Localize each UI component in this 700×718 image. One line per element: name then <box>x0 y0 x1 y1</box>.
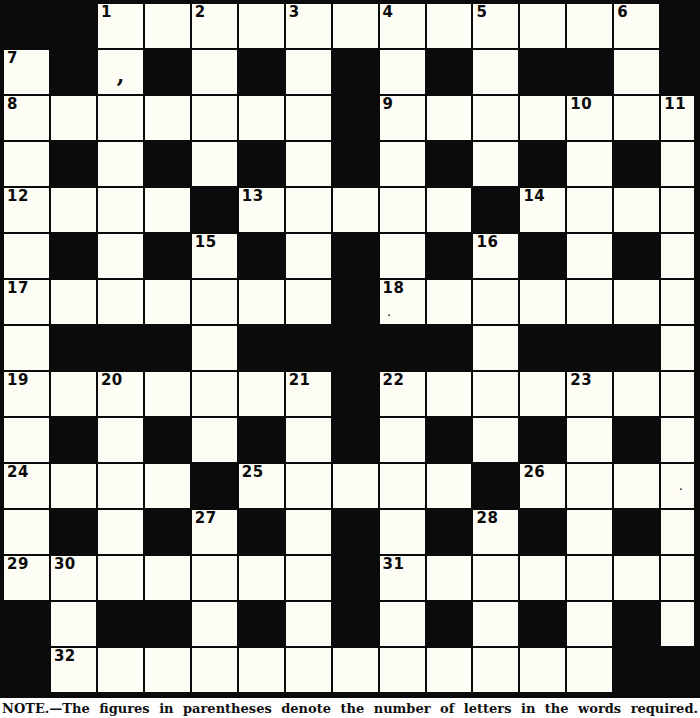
white-cell-r5c0[interactable] <box>4 234 51 280</box>
white-cell-r6c2[interactable] <box>98 280 145 326</box>
white-cell-r1c8[interactable] <box>380 50 427 96</box>
clue-number-31: 31 <box>383 557 405 572</box>
crossword-grid: 1234567,89101112131415161718·19202122232… <box>0 0 700 698</box>
white-cell-r10c9[interactable] <box>427 464 474 510</box>
white-cell-r4c0[interactable]: 12 <box>4 188 51 234</box>
white-cell-r4c11[interactable]: 14 <box>520 188 567 234</box>
white-cell-r1c0[interactable]: 7 <box>4 50 51 96</box>
white-cell-r13c14[interactable] <box>661 602 696 648</box>
white-cell-r11c10[interactable]: 28 <box>473 510 520 556</box>
black-cell-r4c4 <box>192 188 239 234</box>
white-cell-r5c2[interactable] <box>98 234 145 280</box>
clue-number-20: 20 <box>101 373 123 388</box>
white-cell-r10c11[interactable]: 26 <box>520 464 567 510</box>
white-cell-r9c0[interactable] <box>4 418 51 464</box>
white-cell-r0c9[interactable] <box>427 4 474 50</box>
black-cell-r11c3 <box>145 510 192 556</box>
black-cell-r7c2 <box>98 326 145 372</box>
white-cell-r8c5[interactable] <box>239 372 286 418</box>
white-cell-r5c6[interactable] <box>286 234 333 280</box>
white-cell-r14c7[interactable] <box>333 648 380 694</box>
black-cell-r1c5 <box>239 50 286 96</box>
white-cell-r5c4[interactable]: 15 <box>192 234 239 280</box>
white-cell-r3c10[interactable] <box>473 142 520 188</box>
white-cell-r3c4[interactable] <box>192 142 239 188</box>
black-cell-r4c10 <box>473 188 520 234</box>
white-cell-r14c4[interactable] <box>192 648 239 694</box>
clue-number-13: 13 <box>242 189 264 204</box>
black-cell-r1c3 <box>145 50 192 96</box>
black-cell-r11c11 <box>520 510 567 556</box>
black-cell-r13c13 <box>614 602 661 648</box>
black-cell-r5c5 <box>239 234 286 280</box>
white-cell-r9c4[interactable] <box>192 418 239 464</box>
white-cell-r1c10[interactable] <box>473 50 520 96</box>
white-cell-r9c14[interactable] <box>661 418 696 464</box>
white-cell-r5c14[interactable] <box>661 234 696 280</box>
black-cell-r3c3 <box>145 142 192 188</box>
white-cell-r8c4[interactable] <box>192 372 239 418</box>
black-cell-r2c7 <box>333 96 380 142</box>
white-cell-r8c1[interactable] <box>51 372 98 418</box>
white-cell-r6c11[interactable] <box>520 280 567 326</box>
black-cell-r7c11 <box>520 326 567 372</box>
clue-number-4: 4 <box>383 5 394 20</box>
white-cell-r1c4[interactable] <box>192 50 239 96</box>
white-cell-r12c3[interactable] <box>145 556 192 602</box>
white-cell-r13c12[interactable] <box>567 602 614 648</box>
white-cell-r10c6[interactable] <box>286 464 333 510</box>
black-cell-r13c7 <box>333 602 380 648</box>
black-cell-r3c7 <box>333 142 380 188</box>
white-cell-r12c4[interactable] <box>192 556 239 602</box>
white-cell-r4c14[interactable] <box>661 188 696 234</box>
white-cell-r10c7[interactable] <box>333 464 380 510</box>
black-cell-r1c11 <box>520 50 567 96</box>
black-cell-r1c7 <box>333 50 380 96</box>
white-cell-r11c0[interactable] <box>4 510 51 556</box>
black-cell-r9c3 <box>145 418 192 464</box>
white-cell-r8c6[interactable]: 21 <box>286 372 333 418</box>
white-cell-r11c12[interactable] <box>567 510 614 556</box>
black-cell-r14c14 <box>661 648 696 694</box>
black-cell-r11c1 <box>51 510 98 556</box>
white-cell-r3c0[interactable] <box>4 142 51 188</box>
white-cell-r4c1[interactable] <box>51 188 98 234</box>
black-cell-r3c13 <box>614 142 661 188</box>
white-cell-r6c4[interactable] <box>192 280 239 326</box>
white-cell-r2c4[interactable] <box>192 96 239 142</box>
black-cell-r3c11 <box>520 142 567 188</box>
white-cell-r6c14[interactable] <box>661 280 696 326</box>
white-cell-r4c7[interactable] <box>333 188 380 234</box>
white-cell-r10c14[interactable]: · <box>661 464 696 510</box>
white-cell-r10c3[interactable] <box>145 464 192 510</box>
white-cell-r9c12[interactable] <box>567 418 614 464</box>
white-cell-r12c8[interactable]: 31 <box>380 556 427 602</box>
white-cell-r8c8[interactable]: 22 <box>380 372 427 418</box>
black-cell-r9c9 <box>427 418 474 464</box>
print-artifact: · <box>388 311 391 320</box>
black-cell-r8c7 <box>333 372 380 418</box>
white-cell-r1c2[interactable]: , <box>98 50 145 96</box>
black-cell-r9c11 <box>520 418 567 464</box>
white-cell-r7c10[interactable] <box>473 326 520 372</box>
black-cell-r3c1 <box>51 142 98 188</box>
black-cell-r3c9 <box>427 142 474 188</box>
white-cell-r2c8[interactable]: 9 <box>380 96 427 142</box>
white-cell-r8c12[interactable]: 23 <box>567 372 614 418</box>
white-cell-r5c8[interactable] <box>380 234 427 280</box>
white-cell-r2c10[interactable] <box>473 96 520 142</box>
white-cell-r14c9[interactable] <box>427 648 474 694</box>
white-cell-r7c0[interactable] <box>4 326 51 372</box>
white-cell-r11c8[interactable] <box>380 510 427 556</box>
white-cell-r14c6[interactable] <box>286 648 333 694</box>
white-cell-r4c12[interactable] <box>567 188 614 234</box>
clue-number-3: 3 <box>289 5 300 20</box>
white-cell-r2c14[interactable]: 11 <box>661 96 696 142</box>
white-cell-r0c13[interactable]: 6 <box>614 4 661 50</box>
black-cell-r13c0 <box>4 602 51 648</box>
clue-number-24: 24 <box>7 465 29 480</box>
white-cell-r11c14[interactable] <box>661 510 696 556</box>
white-cell-r4c13[interactable] <box>614 188 661 234</box>
white-cell-r8c3[interactable] <box>145 372 192 418</box>
white-cell-r8c2[interactable]: 20 <box>98 372 145 418</box>
white-cell-r2c5[interactable] <box>239 96 286 142</box>
white-cell-r4c6[interactable] <box>286 188 333 234</box>
white-cell-r7c14[interactable] <box>661 326 696 372</box>
white-cell-r0c11[interactable] <box>520 4 567 50</box>
white-cell-r0c12[interactable] <box>567 4 614 50</box>
white-cell-r12c13[interactable] <box>614 556 661 602</box>
white-cell-r0c5[interactable] <box>239 4 286 50</box>
white-cell-r11c2[interactable] <box>98 510 145 556</box>
clue-number-10: 10 <box>570 97 592 112</box>
black-cell-r0c14 <box>661 4 696 50</box>
white-cell-r6c12[interactable] <box>567 280 614 326</box>
black-cell-r11c5 <box>239 510 286 556</box>
clue-number-32: 32 <box>54 649 76 664</box>
black-cell-r1c9 <box>427 50 474 96</box>
white-cell-r5c10[interactable]: 16 <box>473 234 520 280</box>
white-cell-r13c1[interactable] <box>51 602 98 648</box>
print-artifact: · <box>679 485 682 494</box>
black-cell-r7c3 <box>145 326 192 372</box>
white-cell-r12c0[interactable]: 29 <box>4 556 51 602</box>
white-cell-r10c5[interactable]: 25 <box>239 464 286 510</box>
black-cell-r10c4 <box>192 464 239 510</box>
white-cell-r2c3[interactable] <box>145 96 192 142</box>
white-cell-r0c7[interactable] <box>333 4 380 50</box>
white-cell-r14c1[interactable]: 32 <box>51 648 98 694</box>
white-cell-r4c2[interactable] <box>98 188 145 234</box>
white-cell-r8c0[interactable]: 19 <box>4 372 51 418</box>
white-cell-r3c12[interactable] <box>567 142 614 188</box>
white-cell-r7c4[interactable] <box>192 326 239 372</box>
white-cell-r6c5[interactable] <box>239 280 286 326</box>
white-cell-r14c8[interactable] <box>380 648 427 694</box>
clue-number-11: 11 <box>664 97 686 112</box>
clue-number-6: 6 <box>617 5 628 20</box>
black-cell-r1c1 <box>51 50 98 96</box>
black-cell-r9c13 <box>614 418 661 464</box>
clue-number-16: 16 <box>476 235 498 250</box>
black-cell-r1c12 <box>567 50 614 96</box>
clue-number-15: 15 <box>195 235 217 250</box>
white-cell-r0c8[interactable]: 4 <box>380 4 427 50</box>
black-cell-r11c9 <box>427 510 474 556</box>
white-cell-r9c8[interactable] <box>380 418 427 464</box>
white-cell-r12c6[interactable] <box>286 556 333 602</box>
white-cell-r9c10[interactable] <box>473 418 520 464</box>
black-cell-r3c5 <box>239 142 286 188</box>
white-cell-r9c2[interactable] <box>98 418 145 464</box>
black-cell-r5c9 <box>427 234 474 280</box>
black-cell-r13c3 <box>145 602 192 648</box>
white-cell-r6c3[interactable] <box>145 280 192 326</box>
black-cell-r10c10 <box>473 464 520 510</box>
clue-number-1: 1 <box>101 5 112 20</box>
white-cell-r6c1[interactable] <box>51 280 98 326</box>
white-cell-r13c4[interactable] <box>192 602 239 648</box>
clue-number-17: 17 <box>7 281 29 296</box>
white-cell-r13c10[interactable] <box>473 602 520 648</box>
black-cell-r0c1 <box>51 4 98 50</box>
white-cell-r10c0[interactable]: 24 <box>4 464 51 510</box>
white-cell-r9c6[interactable] <box>286 418 333 464</box>
black-cell-r7c7 <box>333 326 380 372</box>
white-cell-r2c9[interactable] <box>427 96 474 142</box>
black-cell-r11c7 <box>333 510 380 556</box>
white-cell-r3c6[interactable] <box>286 142 333 188</box>
white-cell-r2c12[interactable]: 10 <box>567 96 614 142</box>
white-cell-r0c3[interactable] <box>145 4 192 50</box>
black-cell-r7c8 <box>380 326 427 372</box>
white-cell-r10c1[interactable] <box>51 464 98 510</box>
white-cell-r4c3[interactable] <box>145 188 192 234</box>
clue-number-30: 30 <box>54 557 76 572</box>
white-cell-r12c14[interactable] <box>661 556 696 602</box>
black-cell-r14c0 <box>4 648 51 694</box>
clue-number-5: 5 <box>476 5 487 20</box>
black-cell-r9c5 <box>239 418 286 464</box>
white-cell-r8c13[interactable] <box>614 372 661 418</box>
white-cell-r0c10[interactable]: 5 <box>473 4 520 50</box>
black-cell-r9c1 <box>51 418 98 464</box>
black-cell-r12c7 <box>333 556 380 602</box>
clue-number-23: 23 <box>570 373 592 388</box>
white-cell-r8c14[interactable] <box>661 372 696 418</box>
white-cell-r2c13[interactable] <box>614 96 661 142</box>
print-artifact: , <box>117 64 125 86</box>
clue-number-12: 12 <box>7 189 29 204</box>
white-cell-r8c9[interactable] <box>427 372 474 418</box>
black-cell-r1c14 <box>661 50 696 96</box>
white-cell-r1c6[interactable] <box>286 50 333 96</box>
black-cell-r14c13 <box>614 648 661 694</box>
clue-number-21: 21 <box>289 373 311 388</box>
white-cell-r2c6[interactable] <box>286 96 333 142</box>
white-cell-r12c12[interactable] <box>567 556 614 602</box>
clue-number-25: 25 <box>242 465 264 480</box>
black-cell-r0c0 <box>4 4 51 50</box>
black-cell-r7c13 <box>614 326 661 372</box>
white-cell-r11c6[interactable] <box>286 510 333 556</box>
clue-number-22: 22 <box>383 373 405 388</box>
white-cell-r14c10[interactable] <box>473 648 520 694</box>
clue-number-26: 26 <box>523 465 545 480</box>
white-cell-r3c14[interactable] <box>661 142 696 188</box>
white-cell-r12c1[interactable]: 30 <box>51 556 98 602</box>
black-cell-r5c3 <box>145 234 192 280</box>
white-cell-r4c5[interactable]: 13 <box>239 188 286 234</box>
clue-number-14: 14 <box>523 189 545 204</box>
white-cell-r12c11[interactable] <box>520 556 567 602</box>
white-cell-r3c8[interactable] <box>380 142 427 188</box>
white-cell-r10c2[interactable] <box>98 464 145 510</box>
white-cell-r6c6[interactable] <box>286 280 333 326</box>
white-cell-r8c10[interactable] <box>473 372 520 418</box>
white-cell-r13c8[interactable] <box>380 602 427 648</box>
white-cell-r0c2[interactable]: 1 <box>98 4 145 50</box>
white-cell-r1c13[interactable] <box>614 50 661 96</box>
white-cell-r3c2[interactable] <box>98 142 145 188</box>
white-cell-r12c5[interactable] <box>239 556 286 602</box>
black-cell-r7c12 <box>567 326 614 372</box>
black-cell-r13c2 <box>98 602 145 648</box>
white-cell-r10c12[interactable] <box>567 464 614 510</box>
white-cell-r14c12[interactable] <box>567 648 614 694</box>
white-cell-r2c11[interactable] <box>520 96 567 142</box>
black-cell-r13c5 <box>239 602 286 648</box>
white-cell-r2c1[interactable] <box>51 96 98 142</box>
clue-number-27: 27 <box>195 511 217 526</box>
white-cell-r13c6[interactable] <box>286 602 333 648</box>
white-cell-r14c11[interactable] <box>520 648 567 694</box>
white-cell-r2c2[interactable] <box>98 96 145 142</box>
white-cell-r11c4[interactable]: 27 <box>192 510 239 556</box>
white-cell-r12c2[interactable] <box>98 556 145 602</box>
black-cell-r13c11 <box>520 602 567 648</box>
white-cell-r14c2[interactable] <box>98 648 145 694</box>
black-cell-r7c9 <box>427 326 474 372</box>
black-cell-r11c13 <box>614 510 661 556</box>
black-cell-r7c6 <box>286 326 333 372</box>
clue-number-18: 18 <box>383 281 405 296</box>
clue-number-7: 7 <box>7 51 18 66</box>
white-cell-r6c10[interactable] <box>473 280 520 326</box>
black-cell-r5c11 <box>520 234 567 280</box>
clue-number-8: 8 <box>7 97 18 112</box>
black-cell-r6c7 <box>333 280 380 326</box>
white-cell-r12c9[interactable] <box>427 556 474 602</box>
white-cell-r0c4[interactable]: 2 <box>192 4 239 50</box>
black-cell-r5c1 <box>51 234 98 280</box>
black-cell-r13c9 <box>427 602 474 648</box>
black-cell-r5c13 <box>614 234 661 280</box>
black-cell-r5c7 <box>333 234 380 280</box>
white-cell-r8c11[interactable] <box>520 372 567 418</box>
white-cell-r6c8[interactable]: 18· <box>380 280 427 326</box>
note-text: NOTE.—The figures in parentheses denote … <box>0 698 700 718</box>
white-cell-r12c10[interactable] <box>473 556 520 602</box>
black-cell-r7c1 <box>51 326 98 372</box>
white-cell-r4c8[interactable] <box>380 188 427 234</box>
black-cell-r7c5 <box>239 326 286 372</box>
white-cell-r10c8[interactable] <box>380 464 427 510</box>
white-cell-r4c9[interactable] <box>427 188 474 234</box>
white-cell-r14c5[interactable] <box>239 648 286 694</box>
clue-number-19: 19 <box>7 373 29 388</box>
black-cell-r9c7 <box>333 418 380 464</box>
white-cell-r6c9[interactable] <box>427 280 474 326</box>
clue-number-9: 9 <box>383 97 394 112</box>
white-cell-r5c12[interactable] <box>567 234 614 280</box>
white-cell-r6c13[interactable] <box>614 280 661 326</box>
clue-number-2: 2 <box>195 5 206 20</box>
white-cell-r6c0[interactable]: 17 <box>4 280 51 326</box>
clue-number-29: 29 <box>7 557 29 572</box>
clue-number-28: 28 <box>476 511 498 526</box>
white-cell-r0c6[interactable]: 3 <box>286 4 333 50</box>
white-cell-r14c3[interactable] <box>145 648 192 694</box>
white-cell-r10c13[interactable] <box>614 464 661 510</box>
white-cell-r2c0[interactable]: 8 <box>4 96 51 142</box>
